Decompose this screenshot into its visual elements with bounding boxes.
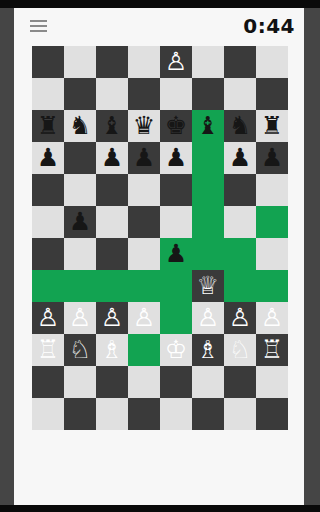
square-h7[interactable]: [256, 206, 288, 238]
piece-black-pawn: ♟: [261, 142, 283, 174]
square-e5[interactable]: [160, 270, 192, 302]
square-g4[interactable]: ♙: [224, 302, 256, 334]
piece-white-pawn: ♙: [165, 46, 187, 78]
chess-app-window: 0:44 ♙♜♞♝♛♚♝♞♜♟♟♟♟♟♟♟♟♕♙♙♙♙♙♙♙♖♘♗♔♗♘♖: [14, 8, 304, 505]
hamburger-menu-icon[interactable]: [30, 18, 50, 34]
piece-white-bishop: ♗: [197, 334, 219, 366]
square-e7[interactable]: [160, 206, 192, 238]
square-d8[interactable]: [128, 174, 160, 206]
square-a11[interactable]: [32, 78, 64, 110]
square-h4[interactable]: ♙: [256, 302, 288, 334]
square-c7[interactable]: [96, 206, 128, 238]
square-d5[interactable]: [128, 270, 160, 302]
square-e9[interactable]: ♟: [160, 142, 192, 174]
square-d9[interactable]: ♟: [128, 142, 160, 174]
square-c1[interactable]: [96, 398, 128, 430]
square-a7[interactable]: [32, 206, 64, 238]
square-e6[interactable]: ♟: [160, 238, 192, 270]
square-a2[interactable]: [32, 366, 64, 398]
square-f1[interactable]: [192, 398, 224, 430]
piece-black-pawn: ♟: [133, 142, 155, 174]
square-c3[interactable]: ♗: [96, 334, 128, 366]
piece-white-rook: ♖: [261, 334, 283, 366]
square-d1[interactable]: [128, 398, 160, 430]
top-frame-strip: [0, 0, 320, 8]
square-a8[interactable]: [32, 174, 64, 206]
square-d7[interactable]: [128, 206, 160, 238]
square-h5[interactable]: [256, 270, 288, 302]
piece-black-pawn: ♟: [165, 238, 187, 270]
square-d12[interactable]: [128, 46, 160, 78]
square-g7[interactable]: [224, 206, 256, 238]
piece-black-pawn: ♟: [229, 142, 251, 174]
square-b6[interactable]: [64, 238, 96, 270]
square-h1[interactable]: [256, 398, 288, 430]
square-e4[interactable]: [160, 302, 192, 334]
square-f11[interactable]: [192, 78, 224, 110]
piece-white-knight: ♘: [229, 334, 251, 366]
square-a3[interactable]: ♖: [32, 334, 64, 366]
square-e2[interactable]: [160, 366, 192, 398]
piece-black-pawn: ♟: [69, 206, 91, 238]
square-c9[interactable]: ♟: [96, 142, 128, 174]
piece-black-pawn: ♟: [101, 142, 123, 174]
square-g1[interactable]: [224, 398, 256, 430]
square-a12[interactable]: [32, 46, 64, 78]
piece-black-queen: ♛: [133, 110, 155, 142]
square-g6[interactable]: [224, 238, 256, 270]
square-c8[interactable]: [96, 174, 128, 206]
piece-white-pawn: ♙: [133, 302, 155, 334]
piece-white-pawn: ♙: [261, 302, 283, 334]
square-f6[interactable]: [192, 238, 224, 270]
square-g12[interactable]: [224, 46, 256, 78]
piece-white-pawn: ♙: [101, 302, 123, 334]
piece-white-pawn: ♙: [229, 302, 251, 334]
square-a4[interactable]: ♙: [32, 302, 64, 334]
square-g11[interactable]: [224, 78, 256, 110]
square-b4[interactable]: ♙: [64, 302, 96, 334]
chess-board[interactable]: ♙♜♞♝♛♚♝♞♜♟♟♟♟♟♟♟♟♕♙♙♙♙♙♙♙♖♘♗♔♗♘♖: [32, 46, 288, 430]
square-f4[interactable]: ♙: [192, 302, 224, 334]
square-d6[interactable]: [128, 238, 160, 270]
square-g10[interactable]: ♞: [224, 110, 256, 142]
square-a5[interactable]: [32, 270, 64, 302]
square-f8[interactable]: [192, 174, 224, 206]
game-timer: 0:44: [243, 14, 295, 38]
square-b9[interactable]: [64, 142, 96, 174]
piece-white-rook: ♖: [37, 334, 59, 366]
piece-black-bishop: ♝: [197, 110, 219, 142]
square-b10[interactable]: ♞: [64, 110, 96, 142]
square-c2[interactable]: [96, 366, 128, 398]
piece-black-knight: ♞: [229, 110, 251, 142]
square-e10[interactable]: ♚: [160, 110, 192, 142]
square-c5[interactable]: [96, 270, 128, 302]
square-b11[interactable]: [64, 78, 96, 110]
square-e1[interactable]: [160, 398, 192, 430]
square-a9[interactable]: ♟: [32, 142, 64, 174]
top-bar: 0:44: [14, 8, 304, 44]
square-b5[interactable]: [64, 270, 96, 302]
square-g9[interactable]: ♟: [224, 142, 256, 174]
square-h9[interactable]: ♟: [256, 142, 288, 174]
piece-white-pawn: ♙: [37, 302, 59, 334]
piece-black-rook: ♜: [261, 110, 283, 142]
square-f12[interactable]: [192, 46, 224, 78]
square-b3[interactable]: ♘: [64, 334, 96, 366]
square-f9[interactable]: [192, 142, 224, 174]
square-d10[interactable]: ♛: [128, 110, 160, 142]
piece-white-pawn: ♙: [69, 302, 91, 334]
square-h3[interactable]: ♖: [256, 334, 288, 366]
square-b1[interactable]: [64, 398, 96, 430]
piece-black-pawn: ♟: [37, 142, 59, 174]
square-h12[interactable]: [256, 46, 288, 78]
piece-black-king: ♚: [165, 110, 187, 142]
square-g5[interactable]: [224, 270, 256, 302]
piece-black-bishop: ♝: [101, 110, 123, 142]
device-screen: 0:44 ♙♜♞♝♛♚♝♞♜♟♟♟♟♟♟♟♟♕♙♙♙♙♙♙♙♖♘♗♔♗♘♖: [0, 0, 320, 512]
square-a6[interactable]: [32, 238, 64, 270]
piece-white-knight: ♘: [69, 334, 91, 366]
square-h10[interactable]: ♜: [256, 110, 288, 142]
piece-white-bishop: ♗: [101, 334, 123, 366]
square-e12[interactable]: ♙: [160, 46, 192, 78]
square-b12[interactable]: [64, 46, 96, 78]
square-a10[interactable]: ♜: [32, 110, 64, 142]
piece-black-rook: ♜: [37, 110, 59, 142]
bottom-frame-strip: [0, 505, 320, 512]
square-f2[interactable]: [192, 366, 224, 398]
square-h2[interactable]: [256, 366, 288, 398]
square-e3[interactable]: ♔: [160, 334, 192, 366]
piece-white-king: ♔: [165, 334, 187, 366]
square-g8[interactable]: [224, 174, 256, 206]
square-h8[interactable]: [256, 174, 288, 206]
square-c11[interactable]: [96, 78, 128, 110]
piece-black-knight: ♞: [69, 110, 91, 142]
square-e8[interactable]: [160, 174, 192, 206]
square-b8[interactable]: [64, 174, 96, 206]
square-g3[interactable]: ♘: [224, 334, 256, 366]
square-b7[interactable]: ♟: [64, 206, 96, 238]
square-h6[interactable]: [256, 238, 288, 270]
square-c6[interactable]: [96, 238, 128, 270]
square-c10[interactable]: ♝: [96, 110, 128, 142]
square-d4[interactable]: ♙: [128, 302, 160, 334]
piece-white-pawn: ♙: [197, 302, 219, 334]
square-c4[interactable]: ♙: [96, 302, 128, 334]
square-f5[interactable]: ♕: [192, 270, 224, 302]
piece-black-pawn: ♟: [165, 142, 187, 174]
square-f7[interactable]: [192, 206, 224, 238]
square-a1[interactable]: [32, 398, 64, 430]
square-d3[interactable]: [128, 334, 160, 366]
square-f10[interactable]: ♝: [192, 110, 224, 142]
square-h11[interactable]: [256, 78, 288, 110]
square-f3[interactable]: ♗: [192, 334, 224, 366]
square-d2[interactable]: [128, 366, 160, 398]
square-e11[interactable]: [160, 78, 192, 110]
square-b2[interactable]: [64, 366, 96, 398]
piece-white-queen: ♕: [197, 270, 219, 302]
square-g2[interactable]: [224, 366, 256, 398]
square-d11[interactable]: [128, 78, 160, 110]
square-c12[interactable]: [96, 46, 128, 78]
